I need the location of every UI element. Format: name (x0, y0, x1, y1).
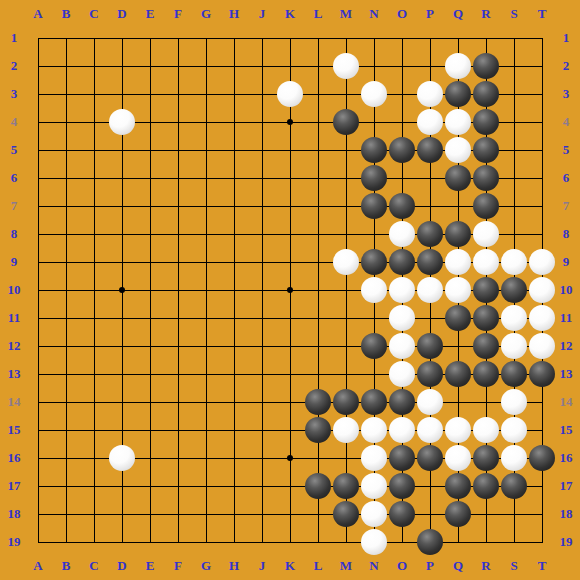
point-H12[interactable] (220, 332, 248, 360)
point-P1[interactable] (416, 24, 444, 52)
point-L6[interactable] (304, 164, 332, 192)
point-K3[interactable] (276, 80, 304, 108)
point-F3[interactable] (164, 80, 192, 108)
point-B3[interactable] (52, 80, 80, 108)
point-N1[interactable] (360, 24, 388, 52)
point-T3[interactable] (528, 80, 556, 108)
point-C13[interactable] (80, 360, 108, 388)
point-S2[interactable] (500, 52, 528, 80)
point-G5[interactable] (192, 136, 220, 164)
point-D13[interactable] (108, 360, 136, 388)
point-P2[interactable] (416, 52, 444, 80)
point-R13[interactable] (472, 360, 500, 388)
point-E6[interactable] (136, 164, 164, 192)
point-B4[interactable] (52, 108, 80, 136)
point-D5[interactable] (108, 136, 136, 164)
point-S1[interactable] (500, 24, 528, 52)
point-A16[interactable] (24, 444, 52, 472)
point-R11[interactable] (472, 304, 500, 332)
point-L12[interactable] (304, 332, 332, 360)
point-R19[interactable] (472, 528, 500, 556)
point-D17[interactable] (108, 472, 136, 500)
point-O7[interactable] (388, 192, 416, 220)
point-E12[interactable] (136, 332, 164, 360)
point-B9[interactable] (52, 248, 80, 276)
point-G1[interactable] (192, 24, 220, 52)
point-A9[interactable] (24, 248, 52, 276)
point-G3[interactable] (192, 80, 220, 108)
point-E19[interactable] (136, 528, 164, 556)
point-T5[interactable] (528, 136, 556, 164)
point-J4[interactable] (248, 108, 276, 136)
point-O4[interactable] (388, 108, 416, 136)
point-G15[interactable] (192, 416, 220, 444)
point-R2[interactable] (472, 52, 500, 80)
point-C16[interactable] (80, 444, 108, 472)
point-K17[interactable] (276, 472, 304, 500)
point-G6[interactable] (192, 164, 220, 192)
point-H3[interactable] (220, 80, 248, 108)
point-A12[interactable] (24, 332, 52, 360)
point-K10[interactable] (276, 276, 304, 304)
point-R3[interactable] (472, 80, 500, 108)
point-Q3[interactable] (444, 80, 472, 108)
point-K8[interactable] (276, 220, 304, 248)
point-E11[interactable] (136, 304, 164, 332)
point-S14[interactable] (500, 388, 528, 416)
point-H6[interactable] (220, 164, 248, 192)
point-T11[interactable] (528, 304, 556, 332)
point-R5[interactable] (472, 136, 500, 164)
point-H15[interactable] (220, 416, 248, 444)
point-K18[interactable] (276, 500, 304, 528)
point-N14[interactable] (360, 388, 388, 416)
point-E10[interactable] (136, 276, 164, 304)
point-K1[interactable] (276, 24, 304, 52)
point-D16[interactable] (108, 444, 136, 472)
point-R7[interactable] (472, 192, 500, 220)
point-Q7[interactable] (444, 192, 472, 220)
point-L9[interactable] (304, 248, 332, 276)
point-K19[interactable] (276, 528, 304, 556)
point-N3[interactable] (360, 80, 388, 108)
point-O19[interactable] (388, 528, 416, 556)
point-H2[interactable] (220, 52, 248, 80)
point-N15[interactable] (360, 416, 388, 444)
point-C15[interactable] (80, 416, 108, 444)
point-A17[interactable] (24, 472, 52, 500)
point-O9[interactable] (388, 248, 416, 276)
point-M9[interactable] (332, 248, 360, 276)
point-L1[interactable] (304, 24, 332, 52)
point-B10[interactable] (52, 276, 80, 304)
point-L16[interactable] (304, 444, 332, 472)
point-M2[interactable] (332, 52, 360, 80)
point-J17[interactable] (248, 472, 276, 500)
point-L3[interactable] (304, 80, 332, 108)
point-C9[interactable] (80, 248, 108, 276)
point-A19[interactable] (24, 528, 52, 556)
point-Q19[interactable] (444, 528, 472, 556)
point-F13[interactable] (164, 360, 192, 388)
point-F11[interactable] (164, 304, 192, 332)
point-L10[interactable] (304, 276, 332, 304)
point-Q16[interactable] (444, 444, 472, 472)
point-N4[interactable] (360, 108, 388, 136)
point-N13[interactable] (360, 360, 388, 388)
point-G10[interactable] (192, 276, 220, 304)
point-R17[interactable] (472, 472, 500, 500)
point-K4[interactable] (276, 108, 304, 136)
point-R12[interactable] (472, 332, 500, 360)
point-R14[interactable] (472, 388, 500, 416)
point-E14[interactable] (136, 388, 164, 416)
point-G13[interactable] (192, 360, 220, 388)
point-F12[interactable] (164, 332, 192, 360)
point-T2[interactable] (528, 52, 556, 80)
point-R4[interactable] (472, 108, 500, 136)
point-C5[interactable] (80, 136, 108, 164)
point-D12[interactable] (108, 332, 136, 360)
point-P4[interactable] (416, 108, 444, 136)
point-D11[interactable] (108, 304, 136, 332)
point-T1[interactable] (528, 24, 556, 52)
point-B5[interactable] (52, 136, 80, 164)
point-Q1[interactable] (444, 24, 472, 52)
point-G7[interactable] (192, 192, 220, 220)
point-P16[interactable] (416, 444, 444, 472)
point-G4[interactable] (192, 108, 220, 136)
point-M17[interactable] (332, 472, 360, 500)
point-N9[interactable] (360, 248, 388, 276)
point-K12[interactable] (276, 332, 304, 360)
point-D10[interactable] (108, 276, 136, 304)
point-H19[interactable] (220, 528, 248, 556)
point-G16[interactable] (192, 444, 220, 472)
point-A1[interactable] (24, 24, 52, 52)
point-S19[interactable] (500, 528, 528, 556)
point-N11[interactable] (360, 304, 388, 332)
point-A13[interactable] (24, 360, 52, 388)
point-Q9[interactable] (444, 248, 472, 276)
point-Q5[interactable] (444, 136, 472, 164)
point-M16[interactable] (332, 444, 360, 472)
point-S10[interactable] (500, 276, 528, 304)
point-C4[interactable] (80, 108, 108, 136)
point-F18[interactable] (164, 500, 192, 528)
point-C12[interactable] (80, 332, 108, 360)
point-J6[interactable] (248, 164, 276, 192)
point-H9[interactable] (220, 248, 248, 276)
point-K6[interactable] (276, 164, 304, 192)
point-Q6[interactable] (444, 164, 472, 192)
point-F15[interactable] (164, 416, 192, 444)
point-T4[interactable] (528, 108, 556, 136)
point-E8[interactable] (136, 220, 164, 248)
point-T16[interactable] (528, 444, 556, 472)
point-P12[interactable] (416, 332, 444, 360)
point-R10[interactable] (472, 276, 500, 304)
point-B13[interactable] (52, 360, 80, 388)
point-D8[interactable] (108, 220, 136, 248)
point-B16[interactable] (52, 444, 80, 472)
point-O2[interactable] (388, 52, 416, 80)
point-N6[interactable] (360, 164, 388, 192)
point-H11[interactable] (220, 304, 248, 332)
point-J11[interactable] (248, 304, 276, 332)
point-N5[interactable] (360, 136, 388, 164)
point-T15[interactable] (528, 416, 556, 444)
point-E16[interactable] (136, 444, 164, 472)
point-T7[interactable] (528, 192, 556, 220)
point-O17[interactable] (388, 472, 416, 500)
point-K9[interactable] (276, 248, 304, 276)
point-D7[interactable] (108, 192, 136, 220)
point-L13[interactable] (304, 360, 332, 388)
point-P15[interactable] (416, 416, 444, 444)
point-C10[interactable] (80, 276, 108, 304)
point-D4[interactable] (108, 108, 136, 136)
point-C1[interactable] (80, 24, 108, 52)
point-P13[interactable] (416, 360, 444, 388)
point-P18[interactable] (416, 500, 444, 528)
point-M13[interactable] (332, 360, 360, 388)
point-N8[interactable] (360, 220, 388, 248)
point-A5[interactable] (24, 136, 52, 164)
point-S15[interactable] (500, 416, 528, 444)
point-O14[interactable] (388, 388, 416, 416)
point-E18[interactable] (136, 500, 164, 528)
point-H18[interactable] (220, 500, 248, 528)
point-J7[interactable] (248, 192, 276, 220)
point-C8[interactable] (80, 220, 108, 248)
point-E17[interactable] (136, 472, 164, 500)
point-L17[interactable] (304, 472, 332, 500)
point-C2[interactable] (80, 52, 108, 80)
point-T8[interactable] (528, 220, 556, 248)
point-J5[interactable] (248, 136, 276, 164)
point-K13[interactable] (276, 360, 304, 388)
point-H13[interactable] (220, 360, 248, 388)
point-S12[interactable] (500, 332, 528, 360)
point-H14[interactable] (220, 388, 248, 416)
point-H8[interactable] (220, 220, 248, 248)
point-P7[interactable] (416, 192, 444, 220)
point-T9[interactable] (528, 248, 556, 276)
point-S7[interactable] (500, 192, 528, 220)
point-D2[interactable] (108, 52, 136, 80)
point-M10[interactable] (332, 276, 360, 304)
point-E9[interactable] (136, 248, 164, 276)
point-J2[interactable] (248, 52, 276, 80)
point-R16[interactable] (472, 444, 500, 472)
point-S17[interactable] (500, 472, 528, 500)
point-F7[interactable] (164, 192, 192, 220)
point-H17[interactable] (220, 472, 248, 500)
point-S6[interactable] (500, 164, 528, 192)
point-A2[interactable] (24, 52, 52, 80)
point-A3[interactable] (24, 80, 52, 108)
point-L7[interactable] (304, 192, 332, 220)
point-J13[interactable] (248, 360, 276, 388)
point-S13[interactable] (500, 360, 528, 388)
point-F17[interactable] (164, 472, 192, 500)
point-C3[interactable] (80, 80, 108, 108)
point-Q10[interactable] (444, 276, 472, 304)
point-S16[interactable] (500, 444, 528, 472)
point-P19[interactable] (416, 528, 444, 556)
point-H5[interactable] (220, 136, 248, 164)
point-E13[interactable] (136, 360, 164, 388)
point-N7[interactable] (360, 192, 388, 220)
point-B14[interactable] (52, 388, 80, 416)
point-F6[interactable] (164, 164, 192, 192)
point-A18[interactable] (24, 500, 52, 528)
point-O6[interactable] (388, 164, 416, 192)
point-T19[interactable] (528, 528, 556, 556)
point-F19[interactable] (164, 528, 192, 556)
point-M1[interactable] (332, 24, 360, 52)
point-M19[interactable] (332, 528, 360, 556)
point-B15[interactable] (52, 416, 80, 444)
point-S5[interactable] (500, 136, 528, 164)
point-C18[interactable] (80, 500, 108, 528)
point-P14[interactable] (416, 388, 444, 416)
point-J3[interactable] (248, 80, 276, 108)
point-L15[interactable] (304, 416, 332, 444)
point-R1[interactable] (472, 24, 500, 52)
point-H1[interactable] (220, 24, 248, 52)
point-A15[interactable] (24, 416, 52, 444)
point-N10[interactable] (360, 276, 388, 304)
point-Q8[interactable] (444, 220, 472, 248)
point-G2[interactable] (192, 52, 220, 80)
point-B8[interactable] (52, 220, 80, 248)
point-F10[interactable] (164, 276, 192, 304)
point-T6[interactable] (528, 164, 556, 192)
point-J14[interactable] (248, 388, 276, 416)
point-O11[interactable] (388, 304, 416, 332)
point-M14[interactable] (332, 388, 360, 416)
point-F1[interactable] (164, 24, 192, 52)
point-S18[interactable] (500, 500, 528, 528)
point-D6[interactable] (108, 164, 136, 192)
point-G19[interactable] (192, 528, 220, 556)
point-M15[interactable] (332, 416, 360, 444)
point-P9[interactable] (416, 248, 444, 276)
point-S4[interactable] (500, 108, 528, 136)
point-H10[interactable] (220, 276, 248, 304)
point-L19[interactable] (304, 528, 332, 556)
point-T18[interactable] (528, 500, 556, 528)
point-M5[interactable] (332, 136, 360, 164)
point-S3[interactable] (500, 80, 528, 108)
point-J19[interactable] (248, 528, 276, 556)
point-O10[interactable] (388, 276, 416, 304)
point-G17[interactable] (192, 472, 220, 500)
point-G12[interactable] (192, 332, 220, 360)
point-L2[interactable] (304, 52, 332, 80)
point-P10[interactable] (416, 276, 444, 304)
point-B17[interactable] (52, 472, 80, 500)
point-N17[interactable] (360, 472, 388, 500)
point-C19[interactable] (80, 528, 108, 556)
point-K16[interactable] (276, 444, 304, 472)
point-T10[interactable] (528, 276, 556, 304)
point-P6[interactable] (416, 164, 444, 192)
point-B6[interactable] (52, 164, 80, 192)
point-E1[interactable] (136, 24, 164, 52)
point-Q11[interactable] (444, 304, 472, 332)
point-M7[interactable] (332, 192, 360, 220)
point-M11[interactable] (332, 304, 360, 332)
point-G9[interactable] (192, 248, 220, 276)
point-N2[interactable] (360, 52, 388, 80)
point-S8[interactable] (500, 220, 528, 248)
point-K5[interactable] (276, 136, 304, 164)
point-P11[interactable] (416, 304, 444, 332)
point-M18[interactable] (332, 500, 360, 528)
point-O5[interactable] (388, 136, 416, 164)
point-L5[interactable] (304, 136, 332, 164)
point-K2[interactable] (276, 52, 304, 80)
point-K15[interactable] (276, 416, 304, 444)
point-Q14[interactable] (444, 388, 472, 416)
point-R15[interactable] (472, 416, 500, 444)
point-D3[interactable] (108, 80, 136, 108)
point-J18[interactable] (248, 500, 276, 528)
point-J12[interactable] (248, 332, 276, 360)
point-B7[interactable] (52, 192, 80, 220)
point-H7[interactable] (220, 192, 248, 220)
point-N16[interactable] (360, 444, 388, 472)
point-H4[interactable] (220, 108, 248, 136)
point-D15[interactable] (108, 416, 136, 444)
point-T13[interactable] (528, 360, 556, 388)
point-S11[interactable] (500, 304, 528, 332)
point-D19[interactable] (108, 528, 136, 556)
point-F4[interactable] (164, 108, 192, 136)
point-Q12[interactable] (444, 332, 472, 360)
point-P3[interactable] (416, 80, 444, 108)
point-N19[interactable] (360, 528, 388, 556)
point-L14[interactable] (304, 388, 332, 416)
point-L8[interactable] (304, 220, 332, 248)
point-F2[interactable] (164, 52, 192, 80)
point-C17[interactable] (80, 472, 108, 500)
point-F9[interactable] (164, 248, 192, 276)
point-B18[interactable] (52, 500, 80, 528)
point-T14[interactable] (528, 388, 556, 416)
point-C7[interactable] (80, 192, 108, 220)
point-B11[interactable] (52, 304, 80, 332)
point-M4[interactable] (332, 108, 360, 136)
point-E5[interactable] (136, 136, 164, 164)
point-Q15[interactable] (444, 416, 472, 444)
point-R18[interactable] (472, 500, 500, 528)
point-J10[interactable] (248, 276, 276, 304)
point-J8[interactable] (248, 220, 276, 248)
point-P8[interactable] (416, 220, 444, 248)
point-J15[interactable] (248, 416, 276, 444)
point-S9[interactable] (500, 248, 528, 276)
point-O16[interactable] (388, 444, 416, 472)
point-O3[interactable] (388, 80, 416, 108)
point-L4[interactable] (304, 108, 332, 136)
point-A7[interactable] (24, 192, 52, 220)
point-A10[interactable] (24, 276, 52, 304)
point-G18[interactable] (192, 500, 220, 528)
